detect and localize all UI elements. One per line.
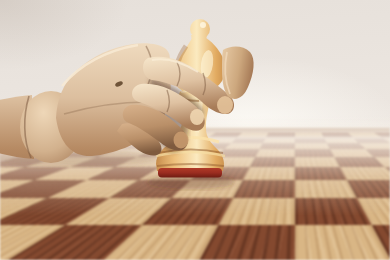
photo-scene (0, 0, 390, 260)
index-fingertip (217, 96, 233, 114)
robotic-hand (0, 0, 390, 260)
ring-fingertip (174, 132, 189, 149)
middle-fingertip (190, 109, 204, 125)
